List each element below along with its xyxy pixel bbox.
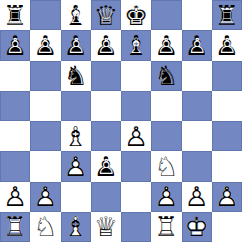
square-g1[interactable]: ♚♔ [182, 212, 212, 242]
square-e3[interactable] [121, 151, 151, 181]
square-e8[interactable]: ♚♔ [121, 0, 151, 30]
black-knight-glyph-outline: ♘ [155, 64, 179, 88]
square-h7[interactable]: ♟♙ [212, 30, 242, 60]
square-b5[interactable] [30, 91, 60, 121]
piece-black-pawn: ♟♙ [212, 30, 242, 60]
piece-white-bishop: ♝♗ [61, 121, 91, 151]
piece-white-queen: ♛♕ [91, 212, 121, 242]
square-f8[interactable] [151, 0, 181, 30]
square-g3[interactable] [182, 151, 212, 181]
square-b2[interactable]: ♟♙ [30, 182, 60, 212]
square-a8[interactable]: ♜♖ [0, 0, 30, 30]
white-pawn-glyph-outline: ♙ [212, 182, 242, 212]
piece-black-bishop: ♝♗ [121, 30, 151, 60]
piece-black-king: ♚♔ [121, 0, 151, 30]
square-f6[interactable]: ♞♘ [151, 61, 181, 91]
square-b3[interactable] [30, 151, 60, 181]
square-d3[interactable]: ♟♙ [91, 151, 121, 181]
square-f3[interactable]: ♞♘ [151, 151, 181, 181]
square-d5[interactable] [91, 91, 121, 121]
white-knight-glyph-outline: ♘ [30, 212, 60, 242]
black-rook-glyph-outline: ♖ [215, 3, 239, 27]
square-h8[interactable]: ♜♖ [212, 0, 242, 30]
white-king-glyph-outline: ♔ [182, 212, 212, 242]
black-queen-glyph-outline: ♕ [94, 3, 118, 27]
piece-black-pawn: ♟♙ [0, 30, 30, 60]
piece-white-pawn: ♟♙ [212, 182, 242, 212]
square-a6[interactable] [0, 61, 30, 91]
square-f7[interactable]: ♟♙ [151, 30, 181, 60]
square-c2[interactable] [61, 182, 91, 212]
black-pawn-glyph-outline: ♙ [34, 34, 58, 58]
piece-black-pawn: ♟♙ [61, 30, 91, 60]
square-d7[interactable]: ♟♙ [91, 30, 121, 60]
square-a7[interactable]: ♟♙ [0, 30, 30, 60]
square-c1[interactable]: ♝♗ [61, 212, 91, 242]
white-rook-glyph-outline: ♖ [0, 212, 30, 242]
piece-black-rook: ♜♖ [0, 0, 30, 30]
black-pawn-glyph-outline: ♙ [215, 34, 239, 58]
square-c3[interactable]: ♟♙ [61, 151, 91, 181]
square-c5[interactable] [61, 91, 91, 121]
square-a1[interactable]: ♜♖ [0, 212, 30, 242]
square-g4[interactable] [182, 121, 212, 151]
white-bishop-glyph-outline: ♗ [61, 121, 91, 151]
piece-black-queen: ♛♕ [91, 0, 121, 30]
piece-white-king: ♚♔ [182, 212, 212, 242]
piece-black-knight: ♞♘ [151, 61, 181, 91]
square-b8[interactable] [30, 0, 60, 30]
square-e7[interactable]: ♝♗ [121, 30, 151, 60]
square-f4[interactable] [151, 121, 181, 151]
square-a3[interactable] [0, 151, 30, 181]
square-h2[interactable]: ♟♙ [212, 182, 242, 212]
black-bishop-glyph-outline: ♗ [124, 34, 148, 58]
square-b4[interactable] [30, 121, 60, 151]
piece-white-knight: ♞♘ [30, 212, 60, 242]
square-c4[interactable]: ♝♗ [61, 121, 91, 151]
square-e5[interactable] [121, 91, 151, 121]
piece-black-pawn: ♟♙ [182, 30, 212, 60]
square-g7[interactable]: ♟♙ [182, 30, 212, 60]
white-pawn-glyph-outline: ♙ [30, 182, 60, 212]
square-a4[interactable] [0, 121, 30, 151]
square-a2[interactable]: ♟♙ [0, 182, 30, 212]
square-d4[interactable] [91, 121, 121, 151]
white-rook-glyph-outline: ♖ [151, 212, 181, 242]
square-h5[interactable] [212, 91, 242, 121]
square-g2[interactable]: ♟♙ [182, 182, 212, 212]
square-h3[interactable] [212, 151, 242, 181]
square-c7[interactable]: ♟♙ [61, 30, 91, 60]
square-f5[interactable] [151, 91, 181, 121]
piece-black-rook: ♜♖ [212, 0, 242, 30]
black-pawn-glyph-outline: ♙ [64, 34, 88, 58]
white-pawn-glyph-outline: ♙ [121, 121, 151, 151]
black-pawn-glyph-outline: ♙ [3, 34, 27, 58]
piece-white-pawn: ♟♙ [61, 151, 91, 181]
piece-white-bishop: ♝♗ [61, 212, 91, 242]
square-g5[interactable] [182, 91, 212, 121]
square-h6[interactable] [212, 61, 242, 91]
square-d2[interactable] [91, 182, 121, 212]
square-g8[interactable] [182, 0, 212, 30]
black-pawn-glyph-outline: ♙ [185, 34, 209, 58]
piece-black-pawn: ♟♙ [151, 30, 181, 60]
black-pawn-glyph-outline: ♙ [94, 155, 118, 179]
white-knight-glyph-outline: ♘ [151, 151, 181, 181]
piece-black-pawn: ♟♙ [91, 151, 121, 181]
piece-black-bishop: ♝♗ [61, 0, 91, 30]
square-d1[interactable]: ♛♕ [91, 212, 121, 242]
square-c6[interactable]: ♞♘ [61, 61, 91, 91]
white-pawn-glyph-outline: ♙ [151, 182, 181, 212]
square-h4[interactable] [212, 121, 242, 151]
square-d6[interactable] [91, 61, 121, 91]
piece-black-pawn: ♟♙ [30, 30, 60, 60]
square-e6[interactable] [121, 61, 151, 91]
square-b6[interactable] [30, 61, 60, 91]
white-bishop-glyph-outline: ♗ [61, 212, 91, 242]
square-f2[interactable]: ♟♙ [151, 182, 181, 212]
square-b7[interactable]: ♟♙ [30, 30, 60, 60]
black-pawn-glyph-outline: ♙ [155, 34, 179, 58]
piece-white-rook: ♜♖ [151, 212, 181, 242]
white-pawn-glyph-outline: ♙ [0, 182, 30, 212]
piece-white-pawn: ♟♙ [121, 121, 151, 151]
square-e4[interactable]: ♟♙ [121, 121, 151, 151]
piece-white-rook: ♜♖ [0, 212, 30, 242]
square-d8[interactable]: ♛♕ [91, 0, 121, 30]
piece-white-knight: ♞♘ [151, 151, 181, 181]
square-f1[interactable]: ♜♖ [151, 212, 181, 242]
black-knight-glyph-outline: ♘ [64, 64, 88, 88]
black-rook-glyph-outline: ♖ [3, 3, 27, 27]
square-b1[interactable]: ♞♘ [30, 212, 60, 242]
piece-white-pawn: ♟♙ [151, 182, 181, 212]
square-c8[interactable]: ♝♗ [61, 0, 91, 30]
square-g6[interactable] [182, 61, 212, 91]
piece-white-pawn: ♟♙ [30, 182, 60, 212]
piece-black-knight: ♞♘ [61, 61, 91, 91]
black-king-glyph-outline: ♔ [124, 3, 148, 27]
square-e1[interactable] [121, 212, 151, 242]
chess-board: ♜♖♝♗♛♕♚♔♜♖♟♙♟♙♟♙♟♙♝♗♟♙♟♙♟♙♞♘♞♘♝♗♟♙♟♙♟♙♞♘… [0, 0, 242, 242]
piece-black-pawn: ♟♙ [91, 30, 121, 60]
piece-white-pawn: ♟♙ [182, 182, 212, 212]
square-a5[interactable] [0, 91, 30, 121]
white-pawn-glyph-outline: ♙ [182, 182, 212, 212]
white-queen-glyph-outline: ♕ [91, 212, 121, 242]
black-bishop-glyph-outline: ♗ [64, 3, 88, 27]
white-pawn-glyph-outline: ♙ [61, 151, 91, 181]
square-h1[interactable] [212, 212, 242, 242]
piece-white-pawn: ♟♙ [0, 182, 30, 212]
black-pawn-glyph-outline: ♙ [94, 34, 118, 58]
square-e2[interactable] [121, 182, 151, 212]
